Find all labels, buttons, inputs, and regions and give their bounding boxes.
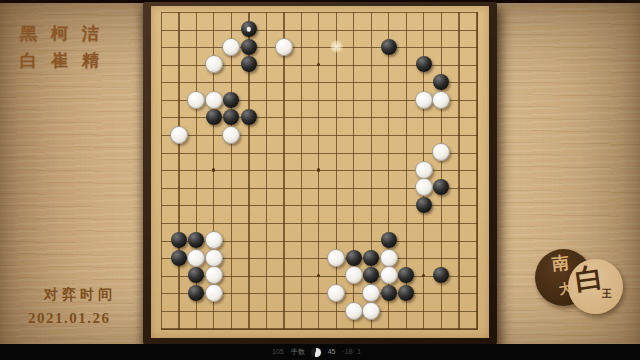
turn-indicator-icon [312,348,321,357]
stone-white [205,55,223,73]
stone-black [381,232,397,248]
stone-black [433,267,449,283]
last-move-marker [246,27,251,32]
goban-grid[interactable] [152,3,485,337]
stone-black [206,109,222,125]
stone-white [205,91,223,109]
stone-white [275,38,293,56]
stone-white [327,249,345,267]
logo-white-stone: 白 王 [568,259,623,314]
stone-black [398,285,414,301]
stone-black [416,56,432,72]
hover-highlight [330,40,343,53]
player-panel: 黑 柯洁 白 崔精 [20,22,113,76]
stone-white [432,91,450,109]
star-point [212,168,216,172]
stone-white [432,143,450,161]
stone-white [205,231,223,249]
stone-black [416,197,432,213]
stone-black [381,39,397,55]
stone-black [363,250,379,266]
star-point [422,274,426,278]
stone-white [187,91,205,109]
stone-white [205,284,223,302]
stone-white [327,284,345,302]
stone-black [346,250,362,266]
black-player-row: 黑 柯洁 [20,22,113,49]
stone-white [415,178,433,196]
stone-white [380,266,398,284]
black-label: 黑 [20,22,37,49]
stone-black [433,179,449,195]
stone-black [381,285,397,301]
stone-white [362,302,380,320]
stone-black [188,232,204,248]
logo-char-nan: 南 [551,251,570,276]
stone-black [241,56,257,72]
status-row: 105 手数 45 ·18· 1 [272,344,361,360]
stone-white [170,126,188,144]
logo-char-bai: 白 [572,258,605,300]
star-point [317,63,321,67]
stone-white [205,249,223,267]
stone-white [415,91,433,109]
star-point [317,168,321,172]
stone-black [398,267,414,283]
status-extra: ·18· 1 [342,344,360,360]
white-player-name: 崔精 [51,49,113,76]
white-player-row: 白 崔精 [20,49,113,76]
stone-white [380,249,398,267]
stone-white [222,126,240,144]
logo-char-wang: 王 [602,287,612,301]
move-number: 105 [272,344,284,360]
stone-white [187,249,205,267]
stone-black [241,21,257,37]
stone-black [223,109,239,125]
stone-black [241,39,257,55]
stone-black [363,267,379,283]
bottom-status-bar: 105 手数 45 ·18· 1 [0,344,640,360]
stone-black [171,232,187,248]
stone-black [171,250,187,266]
stone-white [222,38,240,56]
game-time-label: 对弈时间 [28,286,116,304]
stone-black [188,267,204,283]
stone-white [345,302,363,320]
broadcast-frame: 黑 柯洁 白 崔精 对弈时间 2021.01.26 南 大 白 王 105 手数… [0,0,640,360]
game-date: 2021.01.26 [28,310,116,327]
black-player-name: 柯洁 [51,22,113,49]
stone-black [433,74,449,90]
stone-black [241,109,257,125]
stone-white [205,266,223,284]
status-value: 45 [328,344,336,360]
stone-black [223,92,239,108]
stone-white [345,266,363,284]
star-point [317,274,321,278]
move-label: 手数 [291,344,305,360]
stone-white [362,284,380,302]
white-label: 白 [20,49,37,76]
game-time-block: 对弈时间 2021.01.26 [28,286,116,327]
stone-black [188,285,204,301]
stone-white [415,161,433,179]
